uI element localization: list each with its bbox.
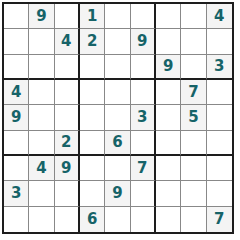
cell-r6c4[interactable] <box>80 131 105 156</box>
cell-r4c8[interactable]: 7 <box>181 80 206 105</box>
cell-r2c1[interactable] <box>4 29 29 54</box>
cell-r2c6[interactable]: 9 <box>131 29 156 54</box>
cell-r8c1[interactable]: 3 <box>4 181 29 206</box>
cell-r3c5[interactable] <box>105 55 130 80</box>
cell-r9c6[interactable] <box>131 207 156 232</box>
cell-r2c2[interactable] <box>29 29 54 54</box>
cell-r7c2[interactable]: 4 <box>29 156 54 181</box>
cell-r9c8[interactable] <box>181 207 206 232</box>
cell-r5c7[interactable] <box>156 105 181 130</box>
cell-r2c3[interactable]: 4 <box>55 29 80 54</box>
cell-r6c9[interactable] <box>207 131 232 156</box>
cell-r6c7[interactable] <box>156 131 181 156</box>
cell-r7c8[interactable] <box>181 156 206 181</box>
cell-r7c1[interactable] <box>4 156 29 181</box>
sudoku-widget: 9144299347935264973967 <box>0 0 240 240</box>
cell-r1c3[interactable] <box>55 4 80 29</box>
cell-r3c9[interactable]: 3 <box>207 55 232 80</box>
cell-r4c6[interactable] <box>131 80 156 105</box>
cell-r2c4[interactable]: 2 <box>80 29 105 54</box>
cell-r8c9[interactable] <box>207 181 232 206</box>
cell-r3c3[interactable] <box>55 55 80 80</box>
cell-r8c3[interactable] <box>55 181 80 206</box>
cell-r4c2[interactable] <box>29 80 54 105</box>
cell-r5c8[interactable]: 5 <box>181 105 206 130</box>
cell-r3c2[interactable] <box>29 55 54 80</box>
cell-r6c1[interactable] <box>4 131 29 156</box>
cell-r3c7[interactable]: 9 <box>156 55 181 80</box>
cell-r1c4[interactable]: 1 <box>80 4 105 29</box>
cell-r6c8[interactable] <box>181 131 206 156</box>
cell-r2c8[interactable] <box>181 29 206 54</box>
cell-r8c4[interactable] <box>80 181 105 206</box>
cell-r4c5[interactable] <box>105 80 130 105</box>
cell-r3c1[interactable] <box>4 55 29 80</box>
cell-r4c3[interactable] <box>55 80 80 105</box>
cell-r1c8[interactable] <box>181 4 206 29</box>
cell-r9c2[interactable] <box>29 207 54 232</box>
cell-r9c1[interactable] <box>4 207 29 232</box>
cell-r1c6[interactable] <box>131 4 156 29</box>
cell-r4c7[interactable] <box>156 80 181 105</box>
sudoku-board: 9144299347935264973967 <box>2 2 234 234</box>
cell-r9c4[interactable]: 6 <box>80 207 105 232</box>
cell-r5c6[interactable]: 3 <box>131 105 156 130</box>
cell-r6c6[interactable] <box>131 131 156 156</box>
cell-r1c7[interactable] <box>156 4 181 29</box>
cell-r8c5[interactable]: 9 <box>105 181 130 206</box>
cell-r9c5[interactable] <box>105 207 130 232</box>
cell-r7c9[interactable] <box>207 156 232 181</box>
cell-r6c2[interactable] <box>29 131 54 156</box>
cell-r9c9[interactable]: 7 <box>207 207 232 232</box>
cell-r8c2[interactable] <box>29 181 54 206</box>
cell-r9c3[interactable] <box>55 207 80 232</box>
cell-r7c7[interactable] <box>156 156 181 181</box>
cell-r3c8[interactable] <box>181 55 206 80</box>
cell-r3c4[interactable] <box>80 55 105 80</box>
cell-r6c3[interactable]: 2 <box>55 131 80 156</box>
cell-r8c6[interactable] <box>131 181 156 206</box>
cell-r7c6[interactable]: 7 <box>131 156 156 181</box>
cell-r9c7[interactable] <box>156 207 181 232</box>
cell-r5c1[interactable]: 9 <box>4 105 29 130</box>
cell-r1c1[interactable] <box>4 4 29 29</box>
cell-r4c4[interactable] <box>80 80 105 105</box>
cell-r7c5[interactable] <box>105 156 130 181</box>
cell-r8c7[interactable] <box>156 181 181 206</box>
cell-r3c6[interactable] <box>131 55 156 80</box>
cell-r4c1[interactable]: 4 <box>4 80 29 105</box>
cell-r1c9[interactable]: 4 <box>207 4 232 29</box>
cell-r5c9[interactable] <box>207 105 232 130</box>
cell-r2c5[interactable] <box>105 29 130 54</box>
cell-r5c5[interactable] <box>105 105 130 130</box>
cell-r4c9[interactable] <box>207 80 232 105</box>
cell-r1c5[interactable] <box>105 4 130 29</box>
cell-r5c3[interactable] <box>55 105 80 130</box>
cell-r2c7[interactable] <box>156 29 181 54</box>
cell-r7c3[interactable]: 9 <box>55 156 80 181</box>
cell-r7c4[interactable] <box>80 156 105 181</box>
cell-r5c4[interactable] <box>80 105 105 130</box>
cell-r8c8[interactable] <box>181 181 206 206</box>
cell-r6c5[interactable]: 6 <box>105 131 130 156</box>
cell-r2c9[interactable] <box>207 29 232 54</box>
cell-r1c2[interactable]: 9 <box>29 4 54 29</box>
cell-r5c2[interactable] <box>29 105 54 130</box>
